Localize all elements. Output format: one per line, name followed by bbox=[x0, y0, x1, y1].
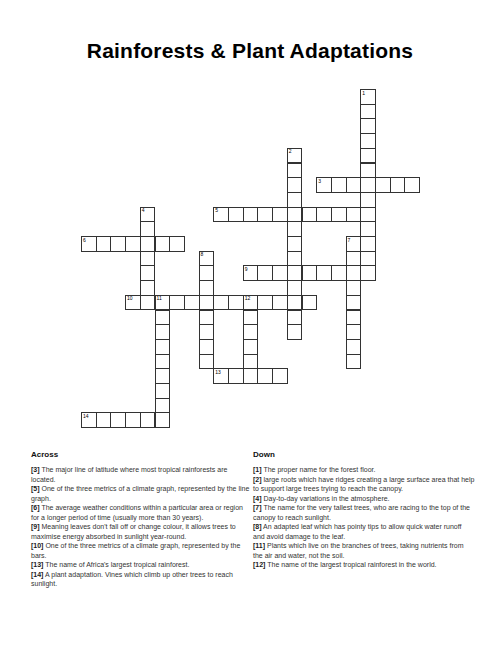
clue-number: 2 bbox=[289, 149, 292, 154]
grid-cell[interactable] bbox=[302, 207, 318, 223]
grid-cell[interactable] bbox=[316, 265, 332, 281]
grid-cell[interactable] bbox=[360, 133, 376, 149]
clue-number-label: [6] bbox=[31, 504, 40, 511]
across-header: Across bbox=[31, 450, 250, 459]
grid-cell[interactable] bbox=[155, 398, 171, 414]
grid-cell[interactable] bbox=[257, 265, 273, 281]
grid-cell[interactable] bbox=[360, 221, 376, 237]
grid-cell[interactable] bbox=[331, 207, 347, 223]
grid-cell[interactable] bbox=[360, 177, 376, 193]
clue-number: 11 bbox=[157, 296, 162, 301]
clue-number-label: [3] bbox=[31, 466, 40, 473]
grid-cell[interactable] bbox=[243, 324, 259, 340]
grid-cell[interactable]: 8 bbox=[199, 251, 215, 267]
clue-number-label: [5] bbox=[31, 485, 40, 492]
grid-cell[interactable] bbox=[346, 324, 362, 340]
grid-cell[interactable] bbox=[346, 280, 362, 296]
grid-cell[interactable]: 3 bbox=[316, 177, 332, 193]
clue-across-6: [6] The average weather conditions withi… bbox=[31, 503, 250, 522]
puzzle-title: Rainforests & Plant Adaptations bbox=[0, 39, 500, 63]
grid-cell[interactable] bbox=[140, 295, 156, 311]
down-clue-list: [1] The proper name for the forest floor… bbox=[253, 465, 475, 570]
grid-cell[interactable] bbox=[360, 236, 376, 252]
grid-cell[interactable] bbox=[287, 324, 303, 340]
grid-cell[interactable] bbox=[243, 207, 259, 223]
grid-cell[interactable] bbox=[110, 236, 126, 252]
across-clues-section: Across [3] The major line of latitude wh… bbox=[31, 450, 250, 589]
grid-cell[interactable] bbox=[199, 295, 215, 311]
grid-cell[interactable] bbox=[316, 207, 332, 223]
clue-down-8: [8] An adapted leaf which has pointy tip… bbox=[253, 522, 475, 541]
grid-cell[interactable] bbox=[360, 265, 376, 281]
clue-across-10: [10] One of the three metrics of a clima… bbox=[31, 541, 250, 560]
clue-number: 9 bbox=[245, 267, 248, 272]
grid-cell[interactable] bbox=[287, 280, 303, 296]
grid-cell[interactable] bbox=[346, 251, 362, 267]
grid-cell[interactable] bbox=[287, 221, 303, 237]
down-clues-section: Down [1] The proper name for the forest … bbox=[253, 450, 475, 570]
clue-number: 6 bbox=[83, 238, 86, 243]
grid-cell[interactable] bbox=[404, 177, 420, 193]
clue-number: 5 bbox=[215, 208, 218, 213]
grid-cell[interactable] bbox=[272, 265, 288, 281]
grid-cell[interactable] bbox=[213, 295, 229, 311]
grid-cell[interactable] bbox=[155, 310, 171, 326]
grid-cell[interactable] bbox=[346, 354, 362, 370]
grid-cell[interactable] bbox=[360, 251, 376, 267]
crossword-grid: 3569101112131412478 bbox=[81, 89, 421, 429]
clue-across-14: [14] A plant adaptation. Vines which cli… bbox=[31, 570, 250, 589]
clue-across-13: [13] The name of Africa's largest tropic… bbox=[31, 560, 250, 570]
clue-number: 13 bbox=[215, 370, 221, 375]
clue-number-label: [7] bbox=[253, 504, 262, 511]
grid-cell[interactable]: 10 bbox=[125, 295, 141, 311]
clue-number: 7 bbox=[348, 238, 351, 243]
grid-cell[interactable] bbox=[346, 295, 362, 311]
clue-number-label: [1] bbox=[253, 466, 262, 473]
grid-cell[interactable] bbox=[199, 280, 215, 296]
grid-cell[interactable] bbox=[140, 221, 156, 237]
grid-cell[interactable] bbox=[346, 310, 362, 326]
down-header: Down bbox=[253, 450, 475, 459]
grid-cell[interactable] bbox=[125, 412, 141, 428]
grid-cell[interactable] bbox=[360, 192, 376, 208]
grid-cell[interactable] bbox=[360, 118, 376, 134]
grid-cell[interactable] bbox=[346, 177, 362, 193]
clue-number-label: [2] bbox=[253, 476, 262, 483]
grid-cell[interactable] bbox=[302, 295, 318, 311]
grid-cell[interactable] bbox=[390, 177, 406, 193]
grid-cell[interactable] bbox=[243, 354, 259, 370]
grid-cell[interactable] bbox=[272, 295, 288, 311]
grid-cell[interactable] bbox=[140, 280, 156, 296]
clue-number: 8 bbox=[201, 252, 204, 257]
grid-cell[interactable] bbox=[272, 368, 288, 384]
grid-cell[interactable] bbox=[155, 236, 171, 252]
grid-cell[interactable] bbox=[140, 265, 156, 281]
grid-cell[interactable] bbox=[375, 177, 391, 193]
grid-cell[interactable] bbox=[184, 295, 200, 311]
clue-across-3: [3] The major line of latitude where mos… bbox=[31, 465, 250, 484]
grid-cell[interactable] bbox=[125, 236, 141, 252]
clue-down-1: [1] The proper name for the forest floor… bbox=[253, 465, 475, 475]
grid-cell[interactable] bbox=[360, 148, 376, 164]
grid-cell[interactable] bbox=[287, 310, 303, 326]
grid-cell[interactable] bbox=[199, 339, 215, 355]
grid-cell[interactable] bbox=[155, 368, 171, 384]
grid-cell[interactable] bbox=[257, 207, 273, 223]
grid-cell[interactable] bbox=[287, 236, 303, 252]
grid-cell[interactable] bbox=[155, 354, 171, 370]
grid-cell[interactable] bbox=[287, 265, 303, 281]
grid-cell[interactable]: 6 bbox=[81, 236, 97, 252]
grid-cell[interactable] bbox=[96, 412, 112, 428]
grid-cell[interactable] bbox=[287, 163, 303, 179]
grid-cell[interactable] bbox=[243, 339, 259, 355]
clue-number: 1 bbox=[362, 91, 365, 96]
grid-cell[interactable] bbox=[155, 412, 171, 428]
grid-cell[interactable] bbox=[140, 236, 156, 252]
grid-cell[interactable] bbox=[228, 207, 244, 223]
clue-down-12: [12] The name of the largest tropical ra… bbox=[253, 560, 475, 570]
grid-cell[interactable]: 4 bbox=[140, 207, 156, 223]
clue-down-2: [2] large roots which have ridges creati… bbox=[253, 475, 475, 494]
grid-cell[interactable] bbox=[199, 324, 215, 340]
grid-cell[interactable] bbox=[272, 207, 288, 223]
grid-cell[interactable] bbox=[331, 177, 347, 193]
across-clue-list: [3] The major line of latitude where mos… bbox=[31, 465, 250, 589]
grid-cell[interactable] bbox=[243, 310, 259, 326]
grid-cell[interactable]: 11 bbox=[155, 295, 171, 311]
grid-cell[interactable] bbox=[287, 251, 303, 267]
clue-across-9: [9] Meaning leaves don't fall off or cha… bbox=[31, 522, 250, 541]
clue-number-label: [11] bbox=[253, 542, 265, 549]
clue-down-7: [7] The name for the very tallest trees,… bbox=[253, 503, 475, 522]
clue-number-label: [8] bbox=[253, 523, 262, 530]
grid-cell[interactable] bbox=[302, 265, 318, 281]
crossword-page: { "game": "crossword", "title": "Rainfor… bbox=[0, 0, 500, 647]
grid-cell[interactable] bbox=[287, 295, 303, 311]
grid-cell[interactable] bbox=[228, 368, 244, 384]
grid-cell[interactable] bbox=[243, 368, 259, 384]
clue-number: 10 bbox=[127, 296, 133, 301]
grid-cell[interactable] bbox=[360, 163, 376, 179]
grid-cell[interactable] bbox=[346, 265, 362, 281]
clue-down-4: [4] Day-to-day variations in the atmosph… bbox=[253, 494, 475, 504]
grid-cell[interactable]: 5 bbox=[213, 207, 229, 223]
clue-number: 12 bbox=[245, 296, 251, 301]
clue-number: 14 bbox=[83, 414, 89, 419]
grid-cell[interactable] bbox=[287, 192, 303, 208]
grid-cell[interactable] bbox=[155, 339, 171, 355]
grid-cell[interactable] bbox=[257, 295, 273, 311]
grid-cell[interactable]: 9 bbox=[243, 265, 259, 281]
grid-cell[interactable]: 7 bbox=[346, 236, 362, 252]
grid-cell[interactable]: 14 bbox=[81, 412, 97, 428]
clue-number-label: [14] bbox=[31, 571, 43, 578]
grid-cell[interactable] bbox=[199, 310, 215, 326]
grid-cell[interactable]: 12 bbox=[243, 295, 259, 311]
clue-number: 3 bbox=[318, 179, 321, 184]
grid-cell[interactable] bbox=[257, 368, 273, 384]
grid-cell[interactable] bbox=[287, 177, 303, 193]
grid-cell[interactable]: 1 bbox=[360, 89, 376, 105]
grid-cell[interactable] bbox=[228, 295, 244, 311]
grid-cell[interactable] bbox=[155, 383, 171, 399]
grid-cell[interactable] bbox=[169, 295, 185, 311]
grid-cell[interactable] bbox=[331, 265, 347, 281]
grid-cell[interactable] bbox=[360, 207, 376, 223]
grid-cell[interactable] bbox=[140, 251, 156, 267]
grid-cell[interactable] bbox=[346, 339, 362, 355]
grid-cell[interactable]: 2 bbox=[287, 148, 303, 164]
grid-cell[interactable] bbox=[199, 354, 215, 370]
grid-cell[interactable] bbox=[140, 412, 156, 428]
grid-cell[interactable] bbox=[96, 236, 112, 252]
grid-cell[interactable] bbox=[169, 236, 185, 252]
grid-cell[interactable] bbox=[287, 207, 303, 223]
grid-cell[interactable] bbox=[360, 104, 376, 120]
clue-number-label: [12] bbox=[253, 561, 265, 568]
grid-cell[interactable] bbox=[199, 265, 215, 281]
grid-cell[interactable] bbox=[346, 207, 362, 223]
grid-cell[interactable] bbox=[110, 412, 126, 428]
clue-number-label: [10] bbox=[31, 542, 43, 549]
clue-number: 4 bbox=[142, 208, 145, 213]
clue-across-5: [5] One of the three metrics of a climat… bbox=[31, 484, 250, 503]
clue-down-11: [11] Plants which live on the branches o… bbox=[253, 541, 475, 560]
grid-cell[interactable]: 13 bbox=[213, 368, 229, 384]
clue-number-label: [4] bbox=[253, 495, 262, 502]
grid-cell[interactable] bbox=[155, 324, 171, 340]
clue-number-label: [13] bbox=[31, 561, 43, 568]
clue-number-label: [9] bbox=[31, 523, 40, 530]
